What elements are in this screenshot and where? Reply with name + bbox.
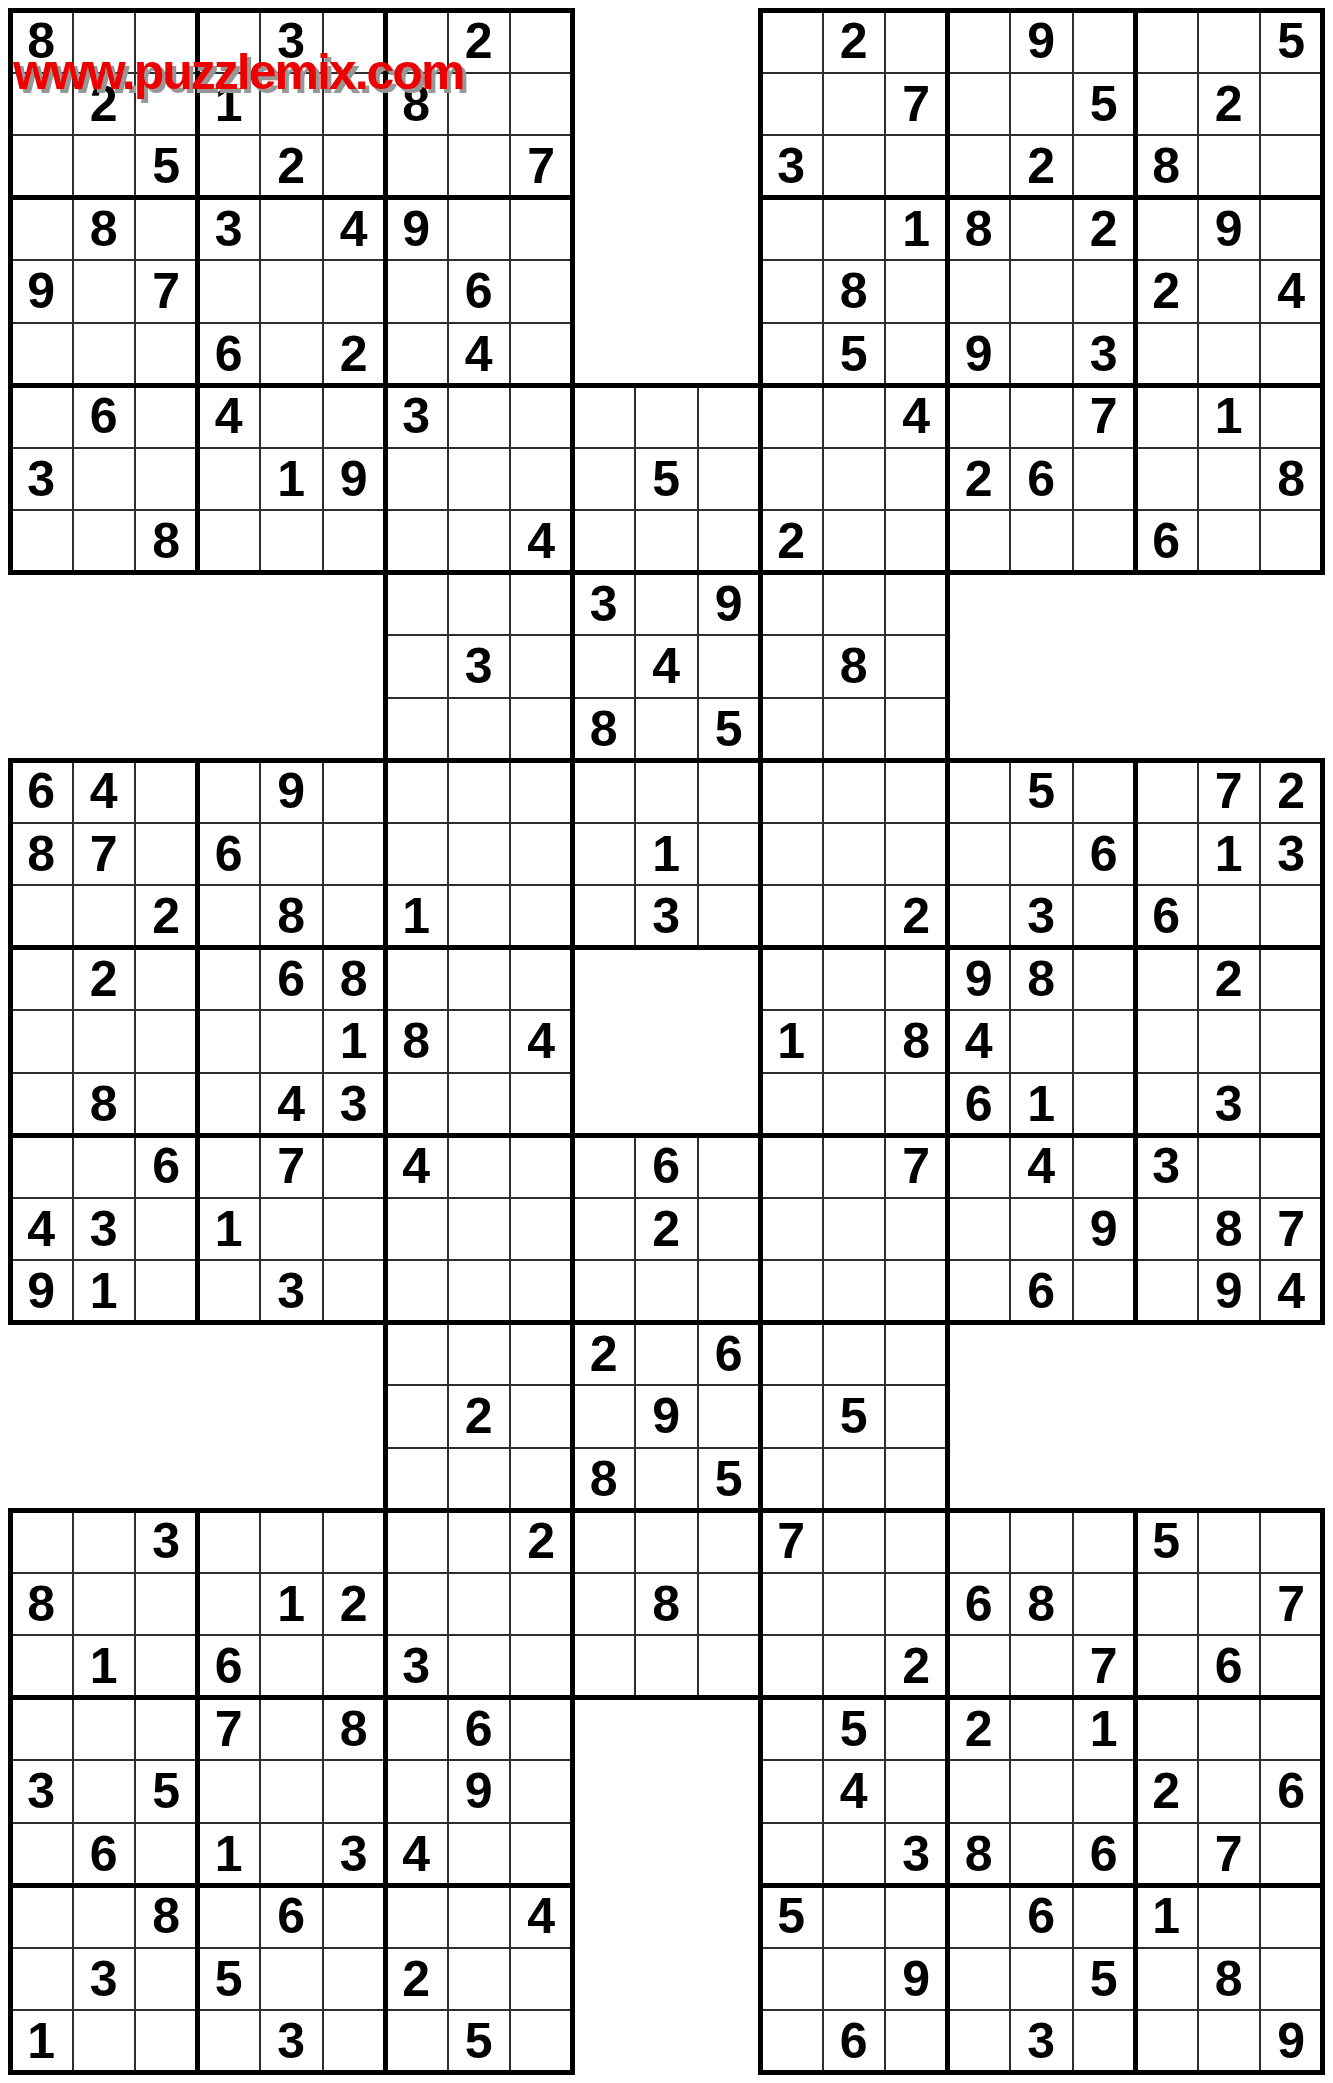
empty-cell-r8c3[interactable] — [135, 448, 198, 511]
empty-cell-r12c14[interactable] — [823, 698, 886, 761]
empty-cell-r19c13[interactable] — [760, 1135, 823, 1198]
empty-cell-r26c12[interactable] — [698, 1573, 761, 1636]
empty-cell-r13c8[interactable] — [448, 760, 511, 823]
empty-cell-r26c4[interactable] — [198, 1573, 261, 1636]
empty-cell-r11c13[interactable] — [760, 635, 823, 698]
empty-cell-r7c9[interactable] — [510, 385, 573, 448]
empty-cell-r4c19[interactable] — [1135, 198, 1198, 261]
empty-cell-r21c11[interactable] — [635, 1260, 698, 1323]
empty-cell-r33c19[interactable] — [1135, 2010, 1198, 2073]
empty-cell-r19c21[interactable] — [1260, 1135, 1323, 1198]
empty-cell-r24c13[interactable] — [760, 1448, 823, 1511]
empty-cell-r22c14[interactable] — [823, 1323, 886, 1386]
empty-cell-r17c20[interactable] — [1198, 1010, 1261, 1073]
empty-cell-r32c21[interactable] — [1260, 1948, 1323, 2011]
empty-cell-r19c18[interactable] — [1073, 1135, 1136, 1198]
empty-cell-r17c1[interactable] — [10, 1010, 73, 1073]
empty-cell-r14c7[interactable] — [385, 823, 448, 886]
empty-cell-r13c6[interactable] — [323, 760, 386, 823]
empty-cell-r20c12[interactable] — [698, 1198, 761, 1261]
empty-cell-r15c14[interactable] — [823, 885, 886, 948]
empty-cell-r26c7[interactable] — [385, 1573, 448, 1636]
empty-cell-r24c9[interactable] — [510, 1448, 573, 1511]
empty-cell-r9c15[interactable] — [885, 510, 948, 573]
empty-cell-r10c15[interactable] — [885, 573, 948, 636]
empty-cell-r14c6[interactable] — [323, 823, 386, 886]
empty-cell-r31c4[interactable] — [198, 1885, 261, 1948]
empty-cell-r15c9[interactable] — [510, 885, 573, 948]
empty-cell-r8c9[interactable] — [510, 448, 573, 511]
empty-cell-r10c11[interactable] — [635, 573, 698, 636]
empty-cell-r25c12[interactable] — [698, 1510, 761, 1573]
empty-cell-r21c14[interactable] — [823, 1260, 886, 1323]
empty-cell-r33c16[interactable] — [948, 2010, 1011, 2073]
empty-cell-r15c18[interactable] — [1073, 885, 1136, 948]
empty-cell-r12c13[interactable] — [760, 698, 823, 761]
empty-cell-r27c21[interactable] — [1260, 1635, 1323, 1698]
empty-cell-r32c9[interactable] — [510, 1948, 573, 2011]
empty-cell-r20c9[interactable] — [510, 1198, 573, 1261]
empty-cell-r17c19[interactable] — [1135, 1010, 1198, 1073]
empty-cell-r7c8[interactable] — [448, 385, 511, 448]
empty-cell-r22c11[interactable] — [635, 1323, 698, 1386]
empty-cell-r28c3[interactable] — [135, 1698, 198, 1761]
empty-cell-r13c3[interactable] — [135, 760, 198, 823]
empty-cell-r8c8[interactable] — [448, 448, 511, 511]
empty-cell-r5c13[interactable] — [760, 260, 823, 323]
empty-cell-r26c14[interactable] — [823, 1573, 886, 1636]
empty-cell-r4c1[interactable] — [10, 198, 73, 261]
empty-cell-r29c17[interactable] — [1010, 1760, 1073, 1823]
empty-cell-r31c7[interactable] — [385, 1885, 448, 1948]
empty-cell-r8c19[interactable] — [1135, 448, 1198, 511]
empty-cell-r18c18[interactable] — [1073, 1073, 1136, 1136]
empty-cell-r15c2[interactable] — [73, 885, 136, 948]
empty-cell-r14c15[interactable] — [885, 823, 948, 886]
empty-cell-r8c18[interactable] — [1073, 448, 1136, 511]
empty-cell-r17c14[interactable] — [823, 1010, 886, 1073]
empty-cell-r31c8[interactable] — [448, 1885, 511, 1948]
empty-cell-r7c21[interactable] — [1260, 385, 1323, 448]
empty-cell-r4c3[interactable] — [135, 198, 198, 261]
empty-cell-r21c6[interactable] — [323, 1260, 386, 1323]
empty-cell-r5c2[interactable] — [73, 260, 136, 323]
empty-cell-r16c7[interactable] — [385, 948, 448, 1011]
empty-cell-r7c17[interactable] — [1010, 385, 1073, 448]
empty-cell-r14c13[interactable] — [760, 823, 823, 886]
empty-cell-r20c5[interactable] — [260, 1198, 323, 1261]
empty-cell-r13c12[interactable] — [698, 760, 761, 823]
empty-cell-r33c20[interactable] — [1198, 2010, 1261, 2073]
empty-cell-r26c10[interactable] — [573, 1573, 636, 1636]
empty-cell-r9c4[interactable] — [198, 510, 261, 573]
empty-cell-r19c12[interactable] — [698, 1135, 761, 1198]
empty-cell-r9c20[interactable] — [1198, 510, 1261, 573]
empty-cell-r3c2[interactable] — [73, 135, 136, 198]
empty-cell-r2c14[interactable] — [823, 73, 886, 136]
empty-cell-r13c9[interactable] — [510, 760, 573, 823]
empty-cell-r20c15[interactable] — [885, 1198, 948, 1261]
empty-cell-r22c8[interactable] — [448, 1323, 511, 1386]
empty-cell-r32c8[interactable] — [448, 1948, 511, 2011]
empty-cell-r28c13[interactable] — [760, 1698, 823, 1761]
empty-cell-r19c2[interactable] — [73, 1135, 136, 1198]
empty-cell-r9c2[interactable] — [73, 510, 136, 573]
empty-cell-r5c18[interactable] — [1073, 260, 1136, 323]
empty-cell-r25c20[interactable] — [1198, 1510, 1261, 1573]
empty-cell-r18c9[interactable] — [510, 1073, 573, 1136]
empty-cell-r31c16[interactable] — [948, 1885, 1011, 1948]
empty-cell-r28c15[interactable] — [885, 1698, 948, 1761]
empty-cell-r20c16[interactable] — [948, 1198, 1011, 1261]
empty-cell-r2c16[interactable] — [948, 73, 1011, 136]
empty-cell-r1c13[interactable] — [760, 10, 823, 73]
empty-cell-r33c15[interactable] — [885, 2010, 948, 2073]
empty-cell-r6c5[interactable] — [260, 323, 323, 386]
empty-cell-r13c4[interactable] — [198, 760, 261, 823]
empty-cell-r8c10[interactable] — [573, 448, 636, 511]
empty-cell-r26c13[interactable] — [760, 1573, 823, 1636]
empty-cell-r25c17[interactable] — [1010, 1510, 1073, 1573]
empty-cell-r27c6[interactable] — [323, 1635, 386, 1698]
empty-cell-r9c5[interactable] — [260, 510, 323, 573]
empty-cell-r9c6[interactable] — [323, 510, 386, 573]
empty-cell-r6c1[interactable] — [10, 323, 73, 386]
empty-cell-r3c7[interactable] — [385, 135, 448, 198]
empty-cell-r9c8[interactable] — [448, 510, 511, 573]
empty-cell-r31c21[interactable] — [1260, 1885, 1323, 1948]
empty-cell-r21c8[interactable] — [448, 1260, 511, 1323]
empty-cell-r11c9[interactable] — [510, 635, 573, 698]
empty-cell-r6c21[interactable] — [1260, 323, 1323, 386]
empty-cell-r7c16[interactable] — [948, 385, 1011, 448]
empty-cell-r10c7[interactable] — [385, 573, 448, 636]
empty-cell-r7c13[interactable] — [760, 385, 823, 448]
empty-cell-r25c21[interactable] — [1260, 1510, 1323, 1573]
empty-cell-r30c8[interactable] — [448, 1823, 511, 1886]
empty-cell-r33c6[interactable] — [323, 2010, 386, 2073]
empty-cell-r7c1[interactable] — [10, 385, 73, 448]
empty-cell-r25c14[interactable] — [823, 1510, 886, 1573]
empty-cell-r3c21[interactable] — [1260, 135, 1323, 198]
empty-cell-r17c21[interactable] — [1260, 1010, 1323, 1073]
empty-cell-r12c15[interactable] — [885, 698, 948, 761]
empty-cell-r4c5[interactable] — [260, 198, 323, 261]
empty-cell-r16c15[interactable] — [885, 948, 948, 1011]
empty-cell-r32c13[interactable] — [760, 1948, 823, 2011]
empty-cell-r29c18[interactable] — [1073, 1760, 1136, 1823]
empty-cell-r8c12[interactable] — [698, 448, 761, 511]
empty-cell-r8c2[interactable] — [73, 448, 136, 511]
empty-cell-r31c18[interactable] — [1073, 1885, 1136, 1948]
empty-cell-r28c1[interactable] — [10, 1698, 73, 1761]
empty-cell-r18c1[interactable] — [10, 1073, 73, 1136]
empty-cell-r24c7[interactable] — [385, 1448, 448, 1511]
empty-cell-r14c10[interactable] — [573, 823, 636, 886]
empty-cell-r23c13[interactable] — [760, 1385, 823, 1448]
empty-cell-r3c16[interactable] — [948, 135, 1011, 198]
empty-cell-r6c7[interactable] — [385, 323, 448, 386]
empty-cell-r12c8[interactable] — [448, 698, 511, 761]
empty-cell-r31c1[interactable] — [10, 1885, 73, 1948]
empty-cell-r3c15[interactable] — [885, 135, 948, 198]
empty-cell-r24c14[interactable] — [823, 1448, 886, 1511]
empty-cell-r9c16[interactable] — [948, 510, 1011, 573]
empty-cell-r1c15[interactable] — [885, 10, 948, 73]
empty-cell-r16c1[interactable] — [10, 948, 73, 1011]
empty-cell-r1c9[interactable] — [510, 10, 573, 73]
empty-cell-r8c13[interactable] — [760, 448, 823, 511]
empty-cell-r3c1[interactable] — [10, 135, 73, 198]
empty-cell-r31c15[interactable] — [885, 1885, 948, 1948]
empty-cell-r3c6[interactable] — [323, 135, 386, 198]
empty-cell-r8c14[interactable] — [823, 448, 886, 511]
empty-cell-r33c7[interactable] — [385, 2010, 448, 2073]
empty-cell-r10c8[interactable] — [448, 573, 511, 636]
empty-cell-r21c13[interactable] — [760, 1260, 823, 1323]
empty-cell-r32c6[interactable] — [323, 1948, 386, 2011]
empty-cell-r29c5[interactable] — [260, 1760, 323, 1823]
empty-cell-r8c7[interactable] — [385, 448, 448, 511]
empty-cell-r21c3[interactable] — [135, 1260, 198, 1323]
empty-cell-r9c1[interactable] — [10, 510, 73, 573]
empty-cell-r3c4[interactable] — [198, 135, 261, 198]
empty-cell-r6c17[interactable] — [1010, 323, 1073, 386]
empty-cell-r17c5[interactable] — [260, 1010, 323, 1073]
empty-cell-r11c7[interactable] — [385, 635, 448, 698]
empty-cell-r27c16[interactable] — [948, 1635, 1011, 1698]
empty-cell-r16c4[interactable] — [198, 948, 261, 1011]
empty-cell-r13c19[interactable] — [1135, 760, 1198, 823]
empty-cell-r9c11[interactable] — [635, 510, 698, 573]
empty-cell-r13c7[interactable] — [385, 760, 448, 823]
empty-cell-r25c4[interactable] — [198, 1510, 261, 1573]
empty-cell-r13c11[interactable] — [635, 760, 698, 823]
empty-cell-r7c6[interactable] — [323, 385, 386, 448]
empty-cell-r30c21[interactable] — [1260, 1823, 1323, 1886]
empty-cell-r19c9[interactable] — [510, 1135, 573, 1198]
empty-cell-r19c1[interactable] — [10, 1135, 73, 1198]
empty-cell-r27c5[interactable] — [260, 1635, 323, 1698]
empty-cell-r28c21[interactable] — [1260, 1698, 1323, 1761]
empty-cell-r7c10[interactable] — [573, 385, 636, 448]
empty-cell-r15c1[interactable] — [10, 885, 73, 948]
empty-cell-r30c1[interactable] — [10, 1823, 73, 1886]
empty-cell-r3c20[interactable] — [1198, 135, 1261, 198]
empty-cell-r4c21[interactable] — [1260, 198, 1323, 261]
empty-cell-r5c9[interactable] — [510, 260, 573, 323]
empty-cell-r26c8[interactable] — [448, 1573, 511, 1636]
empty-cell-r4c8[interactable] — [448, 198, 511, 261]
empty-cell-r26c20[interactable] — [1198, 1573, 1261, 1636]
empty-cell-r18c7[interactable] — [385, 1073, 448, 1136]
empty-cell-r20c19[interactable] — [1135, 1198, 1198, 1261]
empty-cell-r24c8[interactable] — [448, 1448, 511, 1511]
empty-cell-r10c14[interactable] — [823, 573, 886, 636]
empty-cell-r29c9[interactable] — [510, 1760, 573, 1823]
empty-cell-r17c18[interactable] — [1073, 1010, 1136, 1073]
empty-cell-r27c17[interactable] — [1010, 1635, 1073, 1698]
empty-cell-r27c13[interactable] — [760, 1635, 823, 1698]
empty-cell-r27c3[interactable] — [135, 1635, 198, 1698]
empty-cell-r25c1[interactable] — [10, 1510, 73, 1573]
empty-cell-r25c6[interactable] — [323, 1510, 386, 1573]
empty-cell-r21c4[interactable] — [198, 1260, 261, 1323]
empty-cell-r20c13[interactable] — [760, 1198, 823, 1261]
empty-cell-r28c5[interactable] — [260, 1698, 323, 1761]
empty-cell-r4c14[interactable] — [823, 198, 886, 261]
empty-cell-r13c14[interactable] — [823, 760, 886, 823]
empty-cell-r33c9[interactable] — [510, 2010, 573, 2073]
empty-cell-r9c14[interactable] — [823, 510, 886, 573]
empty-cell-r25c7[interactable] — [385, 1510, 448, 1573]
empty-cell-r5c5[interactable] — [260, 260, 323, 323]
empty-cell-r22c15[interactable] — [885, 1323, 948, 1386]
empty-cell-r13c15[interactable] — [885, 760, 948, 823]
empty-cell-r5c4[interactable] — [198, 260, 261, 323]
empty-cell-r16c21[interactable] — [1260, 948, 1323, 1011]
empty-cell-r5c20[interactable] — [1198, 260, 1261, 323]
empty-cell-r16c3[interactable] — [135, 948, 198, 1011]
empty-cell-r9c10[interactable] — [573, 510, 636, 573]
empty-cell-r14c14[interactable] — [823, 823, 886, 886]
empty-cell-r18c19[interactable] — [1135, 1073, 1198, 1136]
empty-cell-r16c13[interactable] — [760, 948, 823, 1011]
empty-cell-r17c4[interactable] — [198, 1010, 261, 1073]
empty-cell-r25c11[interactable] — [635, 1510, 698, 1573]
empty-cell-r26c19[interactable] — [1135, 1573, 1198, 1636]
empty-cell-r9c18[interactable] — [1073, 510, 1136, 573]
empty-cell-r6c15[interactable] — [885, 323, 948, 386]
empty-cell-r20c6[interactable] — [323, 1198, 386, 1261]
empty-cell-r13c13[interactable] — [760, 760, 823, 823]
empty-cell-r15c20[interactable] — [1198, 885, 1261, 948]
empty-cell-r29c4[interactable] — [198, 1760, 261, 1823]
empty-cell-r9c12[interactable] — [698, 510, 761, 573]
empty-cell-r7c12[interactable] — [698, 385, 761, 448]
empty-cell-r14c16[interactable] — [948, 823, 1011, 886]
empty-cell-r25c15[interactable] — [885, 1510, 948, 1573]
empty-cell-r19c10[interactable] — [573, 1135, 636, 1198]
empty-cell-r18c21[interactable] — [1260, 1073, 1323, 1136]
empty-cell-r5c6[interactable] — [323, 260, 386, 323]
empty-cell-r11c10[interactable] — [573, 635, 636, 698]
empty-cell-r26c9[interactable] — [510, 1573, 573, 1636]
empty-cell-r3c18[interactable] — [1073, 135, 1136, 198]
empty-cell-r26c3[interactable] — [135, 1573, 198, 1636]
empty-cell-r14c8[interactable] — [448, 823, 511, 886]
empty-cell-r15c16[interactable] — [948, 885, 1011, 948]
empty-cell-r1c19[interactable] — [1135, 10, 1198, 73]
empty-cell-r20c10[interactable] — [573, 1198, 636, 1261]
empty-cell-r10c13[interactable] — [760, 573, 823, 636]
empty-cell-r12c11[interactable] — [635, 698, 698, 761]
empty-cell-r26c2[interactable] — [73, 1573, 136, 1636]
empty-cell-r8c20[interactable] — [1198, 448, 1261, 511]
empty-cell-r27c11[interactable] — [635, 1635, 698, 1698]
empty-cell-r22c13[interactable] — [760, 1323, 823, 1386]
empty-cell-r15c10[interactable] — [573, 885, 636, 948]
empty-cell-r20c3[interactable] — [135, 1198, 198, 1261]
empty-cell-r8c4[interactable] — [198, 448, 261, 511]
empty-cell-r19c20[interactable] — [1198, 1135, 1261, 1198]
empty-cell-r16c8[interactable] — [448, 948, 511, 1011]
empty-cell-r8c15[interactable] — [885, 448, 948, 511]
empty-cell-r24c11[interactable] — [635, 1448, 698, 1511]
empty-cell-r32c14[interactable] — [823, 1948, 886, 2011]
empty-cell-r26c15[interactable] — [885, 1573, 948, 1636]
empty-cell-r21c18[interactable] — [1073, 1260, 1136, 1323]
empty-cell-r18c4[interactable] — [198, 1073, 261, 1136]
empty-cell-r14c17[interactable] — [1010, 823, 1073, 886]
empty-cell-r20c17[interactable] — [1010, 1198, 1073, 1261]
empty-cell-r30c9[interactable] — [510, 1823, 573, 1886]
empty-cell-r30c19[interactable] — [1135, 1823, 1198, 1886]
empty-cell-r29c16[interactable] — [948, 1760, 1011, 1823]
empty-cell-r11c15[interactable] — [885, 635, 948, 698]
empty-cell-r17c3[interactable] — [135, 1010, 198, 1073]
empty-cell-r4c17[interactable] — [1010, 198, 1073, 261]
empty-cell-r33c3[interactable] — [135, 2010, 198, 2073]
empty-cell-r14c9[interactable] — [510, 823, 573, 886]
empty-cell-r16c9[interactable] — [510, 948, 573, 1011]
empty-cell-r3c8[interactable] — [448, 135, 511, 198]
empty-cell-r17c17[interactable] — [1010, 1010, 1073, 1073]
empty-cell-r21c16[interactable] — [948, 1260, 1011, 1323]
empty-cell-r31c20[interactable] — [1198, 1885, 1261, 1948]
empty-cell-r31c6[interactable] — [323, 1885, 386, 1948]
empty-cell-r30c13[interactable] — [760, 1823, 823, 1886]
empty-cell-r19c16[interactable] — [948, 1135, 1011, 1198]
empty-cell-r23c12[interactable] — [698, 1385, 761, 1448]
empty-cell-r32c3[interactable] — [135, 1948, 198, 2011]
empty-cell-r2c21[interactable] — [1260, 73, 1323, 136]
empty-cell-r5c16[interactable] — [948, 260, 1011, 323]
empty-cell-r23c7[interactable] — [385, 1385, 448, 1448]
empty-cell-r6c3[interactable] — [135, 323, 198, 386]
empty-cell-r7c14[interactable] — [823, 385, 886, 448]
empty-cell-r26c18[interactable] — [1073, 1573, 1136, 1636]
empty-cell-r6c13[interactable] — [760, 323, 823, 386]
empty-cell-r29c2[interactable] — [73, 1760, 136, 1823]
empty-cell-r6c20[interactable] — [1198, 323, 1261, 386]
empty-cell-r28c9[interactable] — [510, 1698, 573, 1761]
empty-cell-r23c15[interactable] — [885, 1385, 948, 1448]
empty-cell-r3c14[interactable] — [823, 135, 886, 198]
empty-cell-r33c18[interactable] — [1073, 2010, 1136, 2073]
empty-cell-r29c6[interactable] — [323, 1760, 386, 1823]
empty-cell-r5c17[interactable] — [1010, 260, 1073, 323]
empty-cell-r9c7[interactable] — [385, 510, 448, 573]
empty-cell-r33c2[interactable] — [73, 2010, 136, 2073]
empty-cell-r28c19[interactable] — [1135, 1698, 1198, 1761]
empty-cell-r6c9[interactable] — [510, 323, 573, 386]
empty-cell-r22c9[interactable] — [510, 1323, 573, 1386]
empty-cell-r23c9[interactable] — [510, 1385, 573, 1448]
empty-cell-r2c9[interactable] — [510, 73, 573, 136]
empty-cell-r1c16[interactable] — [948, 10, 1011, 73]
empty-cell-r30c14[interactable] — [823, 1823, 886, 1886]
empty-cell-r13c10[interactable] — [573, 760, 636, 823]
empty-cell-r4c13[interactable] — [760, 198, 823, 261]
empty-cell-r14c5[interactable] — [260, 823, 323, 886]
empty-cell-r27c9[interactable] — [510, 1635, 573, 1698]
empty-cell-r21c9[interactable] — [510, 1260, 573, 1323]
empty-cell-r15c4[interactable] — [198, 885, 261, 948]
empty-cell-r33c13[interactable] — [760, 2010, 823, 2073]
empty-cell-r7c19[interactable] — [1135, 385, 1198, 448]
empty-cell-r23c10[interactable] — [573, 1385, 636, 1448]
